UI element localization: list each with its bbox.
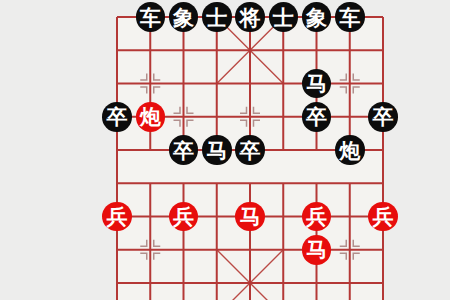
piece-black-advisor[interactable]: 士 (269, 2, 299, 32)
piece-red-horse[interactable]: 马 (235, 202, 265, 232)
piece-black-elephant[interactable]: 象 (302, 2, 332, 32)
piece-red-cannon[interactable]: 炮 (136, 102, 166, 132)
piece-red-soldier[interactable]: 兵 (102, 202, 132, 232)
piece-black-horse[interactable]: 马 (302, 69, 332, 99)
screenshot-root: 车象士将士象车马卒炮卒卒卒马卒炮兵兵马兵兵马 (0, 0, 450, 300)
piece-red-soldier[interactable]: 兵 (368, 202, 398, 232)
piece-black-chariot[interactable]: 车 (136, 2, 166, 32)
piece-black-soldier[interactable]: 卒 (368, 102, 398, 132)
piece-black-soldier[interactable]: 卒 (235, 135, 265, 165)
piece-black-chariot[interactable]: 车 (335, 2, 365, 32)
piece-black-soldier[interactable]: 卒 (169, 135, 199, 165)
piece-black-horse[interactable]: 马 (202, 135, 232, 165)
piece-black-soldier[interactable]: 卒 (302, 102, 332, 132)
piece-black-elephant[interactable]: 象 (169, 2, 199, 32)
piece-red-soldier[interactable]: 兵 (169, 202, 199, 232)
piece-black-advisor[interactable]: 士 (202, 2, 232, 32)
piece-red-horse[interactable]: 马 (302, 235, 332, 265)
piece-red-soldier[interactable]: 兵 (302, 202, 332, 232)
xiangqi-board[interactable]: 车象士将士象车马卒炮卒卒卒马卒炮兵兵马兵兵马 (100, 0, 399, 299)
piece-black-cannon[interactable]: 炮 (335, 135, 365, 165)
piece-black-general[interactable]: 将 (235, 2, 265, 32)
piece-black-soldier[interactable]: 卒 (102, 102, 132, 132)
